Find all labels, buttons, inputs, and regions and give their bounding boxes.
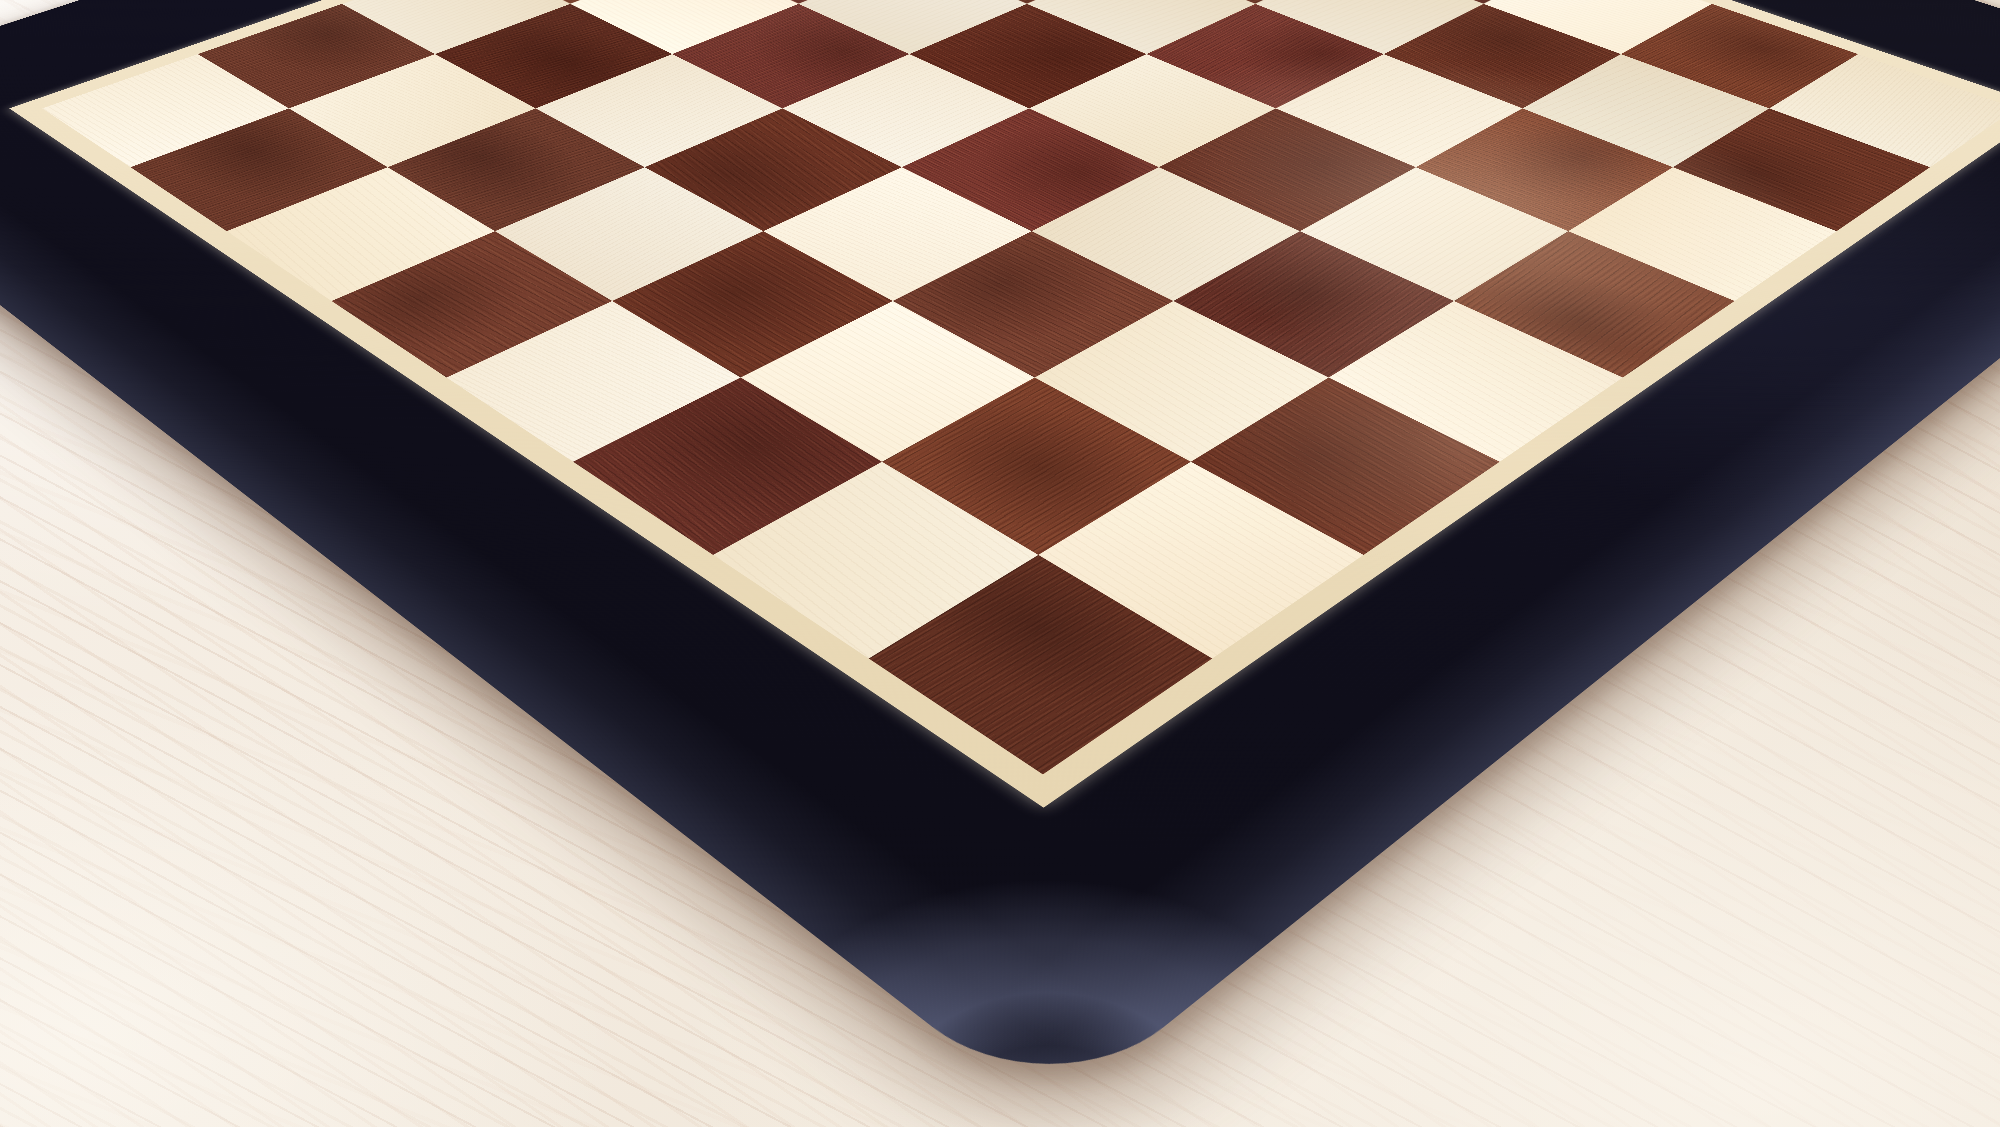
chessboard [0,0,2000,1118]
board-border-line [9,0,2000,808]
board-grid [42,0,2000,774]
photo-scene [0,0,2000,1127]
